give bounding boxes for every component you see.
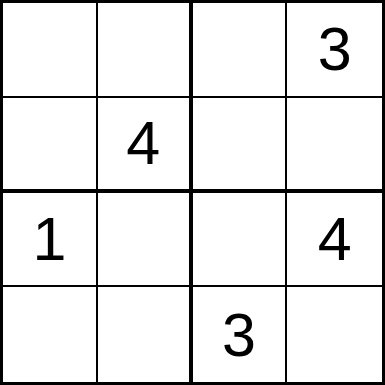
cell-r1c3[interactable] — [193, 3, 288, 98]
cell-r3c3[interactable] — [193, 193, 288, 288]
cell-r2c2[interactable]: 4 — [98, 98, 193, 193]
cell-r1c2[interactable] — [98, 3, 193, 98]
cell-r1c1[interactable] — [3, 3, 98, 98]
cell-r4c3[interactable]: 3 — [193, 287, 288, 382]
cell-r4c4[interactable] — [287, 287, 382, 382]
cell-r4c1[interactable] — [3, 287, 98, 382]
cell-r2c4[interactable] — [287, 98, 382, 193]
cell-r3c4[interactable]: 4 — [287, 193, 382, 288]
sudoku-page: 3 4 1 4 3 — [0, 0, 385, 385]
cell-r4c2[interactable] — [98, 287, 193, 382]
sudoku-board: 3 4 1 4 3 — [0, 0, 385, 385]
cell-r3c2[interactable] — [98, 193, 193, 288]
cell-r2c3[interactable] — [193, 98, 288, 193]
cell-r1c4[interactable]: 3 — [287, 3, 382, 98]
cell-r2c1[interactable] — [3, 98, 98, 193]
cell-r3c1[interactable]: 1 — [3, 193, 98, 288]
